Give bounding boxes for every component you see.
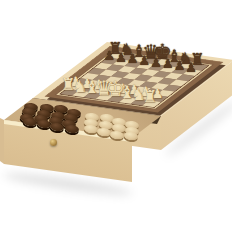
piece-black-pawn-e7: ♟ (150, 56, 162, 69)
piece-white-rook-h1: ♜ (143, 89, 157, 105)
piece-black-pawn-c7: ♟ (127, 52, 139, 65)
drawer-knob (50, 139, 57, 146)
piece-black-pawn-d7: ♟ (138, 54, 150, 67)
chess-set-product-photo: ♜♞♝♛♚♝♞♜♟♟♟♟♟♟♟♟♟♟♟♟♟♟♟♟♜♞♝♛♚♝♞♜ (0, 0, 232, 232)
piece-black-pawn-g7: ♟ (173, 59, 185, 72)
piece-black-pawn-a7: ♟ (103, 49, 115, 62)
piece-black-pawn-h7: ♟ (185, 61, 197, 74)
piece-black-pawn-f7: ♟ (162, 57, 174, 70)
piece-black-pawn-b7: ♟ (115, 51, 127, 64)
square-h1: ♜ (142, 100, 160, 107)
